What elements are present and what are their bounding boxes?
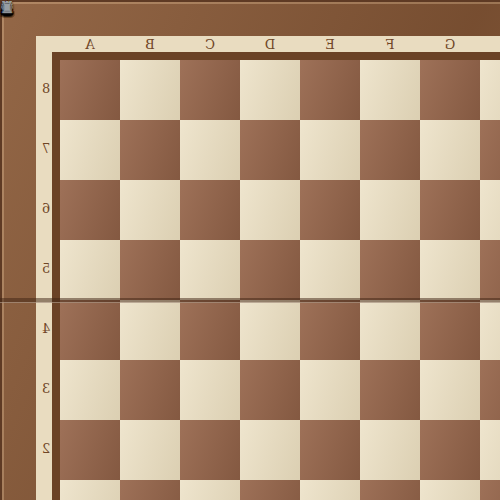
square-d8[interactable] [240, 60, 300, 120]
square-h1[interactable] [480, 480, 500, 500]
square-f8[interactable] [360, 60, 420, 120]
square-b4[interactable] [120, 300, 180, 360]
square-a6[interactable] [60, 180, 120, 240]
square-c1[interactable] [180, 480, 240, 500]
square-e8[interactable] [300, 60, 360, 120]
square-a3[interactable] [60, 360, 120, 420]
square-g6[interactable] [420, 180, 480, 240]
square-d4[interactable] [240, 300, 300, 360]
square-h2[interactable] [480, 420, 500, 480]
square-g4[interactable] [420, 300, 480, 360]
board-outer-rim [0, 0, 500, 500]
square-c7[interactable] [180, 120, 240, 180]
square-h5[interactable] [480, 240, 500, 300]
square-h3[interactable] [480, 360, 500, 420]
square-d3[interactable] [240, 360, 300, 420]
photo-stage: AABBCCDDEEFFGGHH1122334455667788 ♜♞♝♚♛♝♞… [0, 0, 500, 500]
board-frame [2, 2, 500, 500]
square-f5[interactable] [360, 240, 420, 300]
square-d6[interactable] [240, 180, 300, 240]
square-a5[interactable] [60, 240, 120, 300]
square-e7[interactable] [300, 120, 360, 180]
square-g2[interactable] [420, 420, 480, 480]
square-f1[interactable] [360, 480, 420, 500]
square-c3[interactable] [180, 360, 240, 420]
square-a8[interactable] [60, 60, 120, 120]
square-e2[interactable] [300, 420, 360, 480]
square-h4[interactable] [480, 300, 500, 360]
square-c8[interactable] [180, 60, 240, 120]
inner-border [52, 52, 500, 500]
square-f2[interactable] [360, 420, 420, 480]
square-c6[interactable] [180, 180, 240, 240]
square-d5[interactable] [240, 240, 300, 300]
square-g7[interactable] [420, 120, 480, 180]
square-e3[interactable] [300, 360, 360, 420]
square-h7[interactable] [480, 120, 500, 180]
chess-board: AABBCCDDEEFFGGHH1122334455667788 [0, 0, 500, 500]
square-g3[interactable] [420, 360, 480, 420]
square-g8[interactable] [420, 60, 480, 120]
square-d1[interactable] [240, 480, 300, 500]
square-b1[interactable] [120, 480, 180, 500]
square-a7[interactable] [60, 120, 120, 180]
square-f3[interactable] [360, 360, 420, 420]
square-g5[interactable] [420, 240, 480, 300]
square-h8[interactable] [480, 60, 500, 120]
square-c5[interactable] [180, 240, 240, 300]
square-e5[interactable] [300, 240, 360, 300]
square-f4[interactable] [360, 300, 420, 360]
square-b7[interactable] [120, 120, 180, 180]
square-b3[interactable] [120, 360, 180, 420]
square-g1[interactable] [420, 480, 480, 500]
piece-white-rook-h1[interactable]: ♜ [0, 0, 14, 16]
square-c2[interactable] [180, 420, 240, 480]
square-f7[interactable] [360, 120, 420, 180]
square-b5[interactable] [120, 240, 180, 300]
square-b6[interactable] [120, 180, 180, 240]
square-a2[interactable] [60, 420, 120, 480]
square-b8[interactable] [120, 60, 180, 120]
square-d2[interactable] [240, 420, 300, 480]
square-e4[interactable] [300, 300, 360, 360]
square-a4[interactable] [60, 300, 120, 360]
notation-strip [36, 36, 500, 500]
square-a1[interactable] [60, 480, 120, 500]
square-b2[interactable] [120, 420, 180, 480]
square-f6[interactable] [360, 180, 420, 240]
square-c4[interactable] [180, 300, 240, 360]
square-h6[interactable] [480, 180, 500, 240]
square-e1[interactable] [300, 480, 360, 500]
square-e6[interactable] [300, 180, 360, 240]
squares-grid [60, 60, 500, 500]
square-d7[interactable] [240, 120, 300, 180]
